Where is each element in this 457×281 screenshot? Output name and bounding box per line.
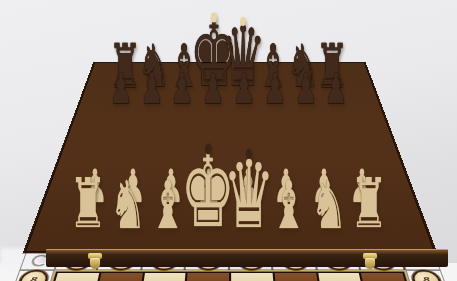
square-h8[interactable] [361, 273, 408, 281]
perspective-scene: ABCDEFGH8765432187654321ABCDEFGH [0, 0, 457, 281]
folding-box-front-edge [46, 249, 448, 267]
playing-field [0, 270, 457, 281]
depth-shading [26, 63, 433, 251]
left-rank-labels: 87654321 [0, 270, 54, 281]
right-rank-label-8: 8 [409, 270, 443, 281]
square-d8[interactable] [186, 273, 229, 281]
square-b8[interactable] [97, 273, 142, 281]
left-rank-label-8: 8 [16, 270, 50, 281]
square-a8[interactable] [52, 273, 99, 281]
chess-board: ABCDEFGH8765432187654321ABCDEFGH [25, 63, 435, 252]
square-c8[interactable] [141, 273, 185, 281]
square-g8[interactable] [317, 273, 362, 281]
square-e8[interactable] [231, 273, 274, 281]
brass-latch-left [87, 253, 103, 271]
square-f8[interactable] [274, 273, 318, 281]
right-rank-labels: 87654321 [405, 270, 457, 281]
brass-latch-right [362, 253, 378, 271]
chess-set-photo: ABCDEFGH8765432187654321ABCDEFGH ♜♞♝♚♛♝♞… [0, 0, 457, 281]
